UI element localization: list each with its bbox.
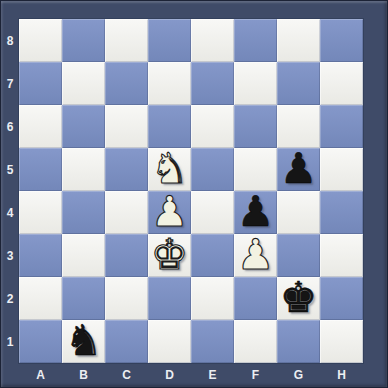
square-f4[interactable]: ♟ xyxy=(234,191,277,234)
square-f1[interactable] xyxy=(234,320,277,363)
square-d7[interactable] xyxy=(148,62,191,105)
square-g8[interactable] xyxy=(277,19,320,62)
square-f5[interactable] xyxy=(234,148,277,191)
file-labels: ABCDEFGH xyxy=(19,363,363,387)
square-c3[interactable] xyxy=(105,234,148,277)
square-g3[interactable] xyxy=(277,234,320,277)
rank-label-7: 7 xyxy=(1,62,19,105)
square-a7[interactable] xyxy=(19,62,62,105)
white-king[interactable]: ♚ xyxy=(151,234,189,278)
square-g1[interactable] xyxy=(277,320,320,363)
square-f7[interactable] xyxy=(234,62,277,105)
square-e1[interactable] xyxy=(191,320,234,363)
square-a2[interactable] xyxy=(19,277,62,320)
square-d3[interactable]: ♚ xyxy=(148,234,191,277)
square-f3[interactable]: ♟ xyxy=(234,234,277,277)
rank-label-3: 3 xyxy=(1,234,19,277)
square-g6[interactable] xyxy=(277,105,320,148)
square-d6[interactable] xyxy=(148,105,191,148)
square-g5[interactable]: ♟ xyxy=(277,148,320,191)
white-knight[interactable]: ♞ xyxy=(151,148,189,192)
square-b1[interactable]: ♞ xyxy=(62,320,105,363)
black-knight[interactable]: ♞ xyxy=(65,320,103,364)
square-d1[interactable] xyxy=(148,320,191,363)
square-b2[interactable] xyxy=(62,277,105,320)
file-label-g: G xyxy=(277,363,320,387)
square-d4[interactable]: ♟ xyxy=(148,191,191,234)
white-pawn[interactable]: ♟ xyxy=(237,234,275,278)
square-a8[interactable] xyxy=(19,19,62,62)
black-pawn[interactable]: ♟ xyxy=(280,148,318,192)
rank-labels: 87654321 xyxy=(1,19,19,363)
square-c7[interactable] xyxy=(105,62,148,105)
square-e4[interactable] xyxy=(191,191,234,234)
square-a6[interactable] xyxy=(19,105,62,148)
black-pawn[interactable]: ♟ xyxy=(237,191,275,235)
rank-label-5: 5 xyxy=(1,148,19,191)
square-c1[interactable] xyxy=(105,320,148,363)
square-h7[interactable] xyxy=(320,62,363,105)
square-a3[interactable] xyxy=(19,234,62,277)
rank-label-4: 4 xyxy=(1,191,19,234)
square-h8[interactable] xyxy=(320,19,363,62)
square-f2[interactable] xyxy=(234,277,277,320)
rank-label-1: 1 xyxy=(1,320,19,363)
square-g2[interactable]: ♚ xyxy=(277,277,320,320)
square-a4[interactable] xyxy=(19,191,62,234)
square-e8[interactable] xyxy=(191,19,234,62)
square-c6[interactable] xyxy=(105,105,148,148)
file-label-h: H xyxy=(320,363,363,387)
square-h1[interactable] xyxy=(320,320,363,363)
chess-board: ♞♟♟♟♚♟♚♞ xyxy=(19,19,363,363)
square-h3[interactable] xyxy=(320,234,363,277)
rank-label-8: 8 xyxy=(1,19,19,62)
black-king[interactable]: ♚ xyxy=(280,277,318,321)
square-h6[interactable] xyxy=(320,105,363,148)
square-e6[interactable] xyxy=(191,105,234,148)
white-pawn[interactable]: ♟ xyxy=(151,191,189,235)
square-a5[interactable] xyxy=(19,148,62,191)
file-label-a: A xyxy=(19,363,62,387)
square-h4[interactable] xyxy=(320,191,363,234)
square-h2[interactable] xyxy=(320,277,363,320)
square-d8[interactable] xyxy=(148,19,191,62)
file-label-e: E xyxy=(191,363,234,387)
file-label-d: D xyxy=(148,363,191,387)
square-c2[interactable] xyxy=(105,277,148,320)
square-g7[interactable] xyxy=(277,62,320,105)
file-label-f: F xyxy=(234,363,277,387)
square-a1[interactable] xyxy=(19,320,62,363)
square-e7[interactable] xyxy=(191,62,234,105)
square-b8[interactable] xyxy=(62,19,105,62)
square-c4[interactable] xyxy=(105,191,148,234)
rank-label-2: 2 xyxy=(1,277,19,320)
square-b6[interactable] xyxy=(62,105,105,148)
square-d5[interactable]: ♞ xyxy=(148,148,191,191)
square-c5[interactable] xyxy=(105,148,148,191)
square-b3[interactable] xyxy=(62,234,105,277)
square-b4[interactable] xyxy=(62,191,105,234)
file-label-b: B xyxy=(62,363,105,387)
square-h5[interactable] xyxy=(320,148,363,191)
file-label-c: C xyxy=(105,363,148,387)
square-f8[interactable] xyxy=(234,19,277,62)
square-c8[interactable] xyxy=(105,19,148,62)
square-e3[interactable] xyxy=(191,234,234,277)
square-d2[interactable] xyxy=(148,277,191,320)
square-e2[interactable] xyxy=(191,277,234,320)
square-b7[interactable] xyxy=(62,62,105,105)
square-e5[interactable] xyxy=(191,148,234,191)
rank-label-6: 6 xyxy=(1,105,19,148)
square-g4[interactable] xyxy=(277,191,320,234)
square-f6[interactable] xyxy=(234,105,277,148)
chess-board-frame: ♞♟♟♟♚♟♚♞ 87654321 ABCDEFGH xyxy=(0,0,388,388)
square-b5[interactable] xyxy=(62,148,105,191)
